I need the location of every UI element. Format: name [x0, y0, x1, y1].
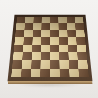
square-d6[interactable] [41, 30, 50, 37]
square-e3[interactable] [50, 52, 59, 60]
square-c5[interactable] [32, 37, 41, 44]
square-d4[interactable] [41, 45, 50, 53]
square-e7[interactable] [50, 23, 59, 30]
square-h4[interactable] [77, 45, 87, 53]
board-grid [11, 17, 89, 77]
square-f1[interactable] [59, 69, 69, 78]
square-f6[interactable] [59, 30, 68, 37]
chess-board [8, 15, 93, 81]
square-h1[interactable] [78, 69, 88, 78]
square-d3[interactable] [41, 52, 50, 60]
square-b5[interactable] [23, 37, 32, 44]
square-b3[interactable] [22, 52, 32, 60]
square-d1[interactable] [40, 69, 50, 78]
square-h7[interactable] [75, 23, 84, 30]
square-c2[interactable] [31, 60, 41, 68]
square-c7[interactable] [33, 23, 42, 30]
square-e4[interactable] [50, 45, 59, 53]
square-c3[interactable] [31, 52, 40, 60]
square-e6[interactable] [50, 30, 59, 37]
square-h5[interactable] [76, 37, 85, 44]
square-f3[interactable] [59, 52, 68, 60]
square-f2[interactable] [59, 60, 69, 68]
board-shadow [5, 84, 93, 88]
square-h2[interactable] [78, 60, 88, 68]
square-c4[interactable] [32, 45, 41, 53]
photo-background [0, 0, 98, 98]
square-h3[interactable] [77, 52, 87, 60]
square-b2[interactable] [22, 60, 32, 68]
square-b6[interactable] [24, 30, 33, 37]
square-d7[interactable] [41, 23, 50, 30]
square-e2[interactable] [50, 60, 59, 68]
square-f7[interactable] [58, 23, 67, 30]
square-d2[interactable] [41, 60, 50, 68]
board-frame [8, 15, 93, 81]
square-b7[interactable] [24, 23, 33, 30]
square-e5[interactable] [50, 37, 59, 44]
square-f4[interactable] [59, 45, 68, 53]
square-b4[interactable] [23, 45, 32, 53]
square-h6[interactable] [76, 30, 85, 37]
square-b1[interactable] [21, 69, 31, 78]
square-d5[interactable] [41, 37, 50, 44]
square-c1[interactable] [31, 69, 41, 78]
square-c6[interactable] [33, 30, 42, 37]
square-e1[interactable] [50, 69, 60, 78]
square-f5[interactable] [59, 37, 68, 44]
